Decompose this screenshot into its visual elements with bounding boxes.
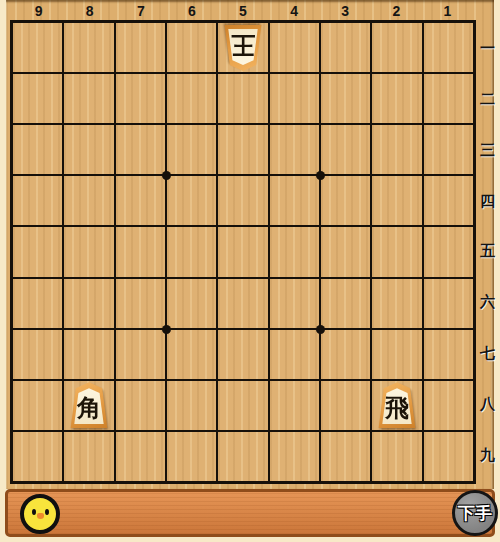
board-square[interactable]	[218, 125, 267, 174]
board-square[interactable]	[167, 227, 216, 276]
board-square[interactable]	[372, 227, 421, 276]
board-square[interactable]	[64, 125, 113, 174]
board-square[interactable]	[64, 23, 113, 72]
board-square[interactable]	[167, 279, 216, 328]
file-label: 9	[13, 1, 64, 20]
board-square[interactable]	[116, 176, 165, 225]
board-square[interactable]	[218, 227, 267, 276]
file-label: 6	[166, 1, 217, 20]
board-square[interactable]	[321, 432, 370, 481]
board-square[interactable]	[116, 279, 165, 328]
board-square[interactable]	[372, 279, 421, 328]
board-square[interactable]	[218, 330, 267, 379]
rank-labels: 一二三四五六七八九	[477, 23, 498, 481]
chick-eye-icon	[32, 509, 36, 515]
board-square[interactable]	[13, 74, 62, 123]
board-square[interactable]	[64, 74, 113, 123]
board-square[interactable]	[270, 176, 319, 225]
board-square[interactable]	[372, 23, 421, 72]
file-label: 1	[422, 1, 473, 20]
board-square[interactable]	[64, 432, 113, 481]
piece-kanji: 飛	[385, 392, 409, 420]
file-label: 7	[115, 1, 166, 20]
board-square[interactable]	[424, 74, 473, 123]
shogi-app: { "game": "shogi", "board_description": …	[0, 0, 500, 542]
board-square[interactable]	[424, 330, 473, 379]
board-square[interactable]	[116, 227, 165, 276]
board-square[interactable]	[116, 23, 165, 72]
board-square[interactable]	[13, 227, 62, 276]
board-square[interactable]: 角	[64, 381, 113, 430]
board-square[interactable]	[116, 432, 165, 481]
chick-beak-icon	[37, 513, 44, 519]
board-square[interactable]	[321, 74, 370, 123]
board-square[interactable]	[218, 432, 267, 481]
file-label: 5	[217, 1, 268, 20]
board-square[interactable]	[424, 23, 473, 72]
board-square[interactable]	[270, 330, 319, 379]
board-square[interactable]	[424, 279, 473, 328]
board-square[interactable]	[167, 330, 216, 379]
board-square[interactable]	[321, 227, 370, 276]
board-square[interactable]	[321, 330, 370, 379]
board-square[interactable]	[270, 227, 319, 276]
shogi-piece-rook[interactable]: 飛	[377, 382, 417, 428]
board-square[interactable]	[13, 125, 62, 174]
board-square[interactable]	[167, 381, 216, 430]
chick-avatar-icon	[20, 494, 60, 534]
piece-kanji: 角	[77, 392, 101, 420]
board-square[interactable]	[424, 125, 473, 174]
status-bar	[5, 489, 495, 537]
board-square[interactable]	[270, 432, 319, 481]
shogi-piece-king[interactable]: 王	[223, 25, 263, 71]
board-square[interactable]	[372, 74, 421, 123]
file-label: 3	[320, 1, 371, 20]
board-square[interactable]	[372, 176, 421, 225]
piece-kanji: 王	[231, 33, 255, 61]
board-square[interactable]	[64, 279, 113, 328]
board-square[interactable]	[64, 176, 113, 225]
file-label: 8	[64, 1, 115, 20]
board-square[interactable]	[167, 176, 216, 225]
board-square[interactable]	[13, 381, 62, 430]
board-square[interactable]	[270, 125, 319, 174]
board-square[interactable]	[424, 381, 473, 430]
board-square[interactable]	[321, 23, 370, 72]
board-square[interactable]	[116, 381, 165, 430]
board-square[interactable]: 飛	[372, 381, 421, 430]
rank-label: 三	[477, 125, 498, 176]
board-square[interactable]	[270, 23, 319, 72]
board-square[interactable]: 王	[218, 23, 267, 72]
board-square[interactable]	[116, 74, 165, 123]
board-square[interactable]	[116, 125, 165, 174]
board-square[interactable]	[13, 279, 62, 328]
rank-label: 七	[477, 328, 498, 379]
board-square[interactable]	[372, 432, 421, 481]
board-square[interactable]	[424, 176, 473, 225]
board-square[interactable]	[167, 432, 216, 481]
rank-label: 九	[477, 430, 498, 481]
board-square[interactable]	[270, 74, 319, 123]
board-square[interactable]	[13, 23, 62, 72]
board-square[interactable]	[116, 330, 165, 379]
board-square[interactable]	[372, 330, 421, 379]
board-square[interactable]	[424, 227, 473, 276]
player-badge: 下手	[452, 490, 498, 536]
rank-label: 六	[477, 277, 498, 328]
board-square[interactable]	[167, 125, 216, 174]
rank-label: 八	[477, 379, 498, 430]
board-square[interactable]	[321, 125, 370, 174]
file-label: 2	[371, 1, 422, 20]
shogi-board: 王角飛	[10, 20, 476, 484]
rank-label: 二	[477, 74, 498, 125]
board-square[interactable]	[270, 381, 319, 430]
board-square[interactable]	[372, 125, 421, 174]
chick-eye-icon	[45, 509, 49, 515]
rank-label: 四	[477, 176, 498, 227]
board-square[interactable]	[13, 432, 62, 481]
board-square[interactable]	[424, 432, 473, 481]
board-square[interactable]	[321, 381, 370, 430]
board-square[interactable]	[13, 176, 62, 225]
board-square[interactable]	[167, 23, 216, 72]
shogi-piece-bishop[interactable]: 角	[69, 382, 109, 428]
board-square[interactable]	[13, 330, 62, 379]
board-square[interactable]	[218, 74, 267, 123]
file-label: 4	[269, 1, 320, 20]
rank-label: 五	[477, 227, 498, 278]
board-square[interactable]	[218, 176, 267, 225]
board-square[interactable]	[167, 74, 216, 123]
board-square[interactable]	[270, 279, 319, 328]
file-labels: 987654321	[13, 1, 473, 20]
board-square[interactable]	[321, 176, 370, 225]
rank-label: 一	[477, 23, 498, 74]
board-square[interactable]	[64, 330, 113, 379]
board-square[interactable]	[321, 279, 370, 328]
board-square[interactable]	[64, 227, 113, 276]
board-square[interactable]	[218, 279, 267, 328]
board-square[interactable]	[218, 381, 267, 430]
